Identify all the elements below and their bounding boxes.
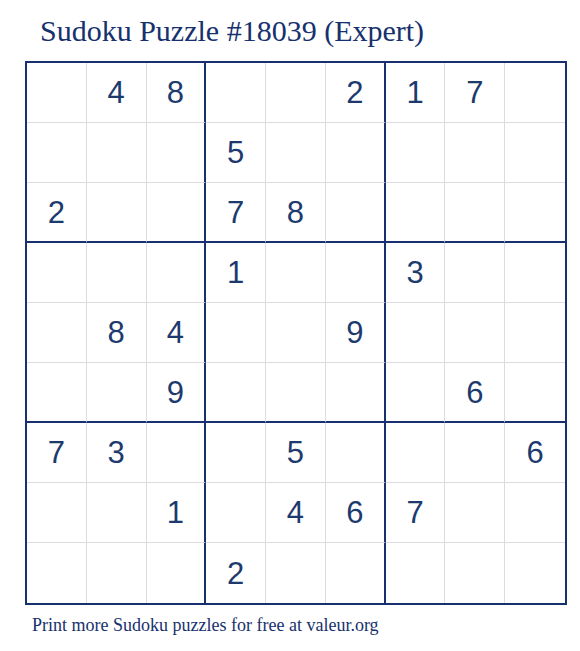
cell-r8c4[interactable]	[206, 483, 266, 543]
cell-r6c2[interactable]	[87, 363, 147, 423]
cell-r2c5[interactable]	[266, 123, 326, 183]
cell-r3c3[interactable]	[147, 183, 207, 243]
cell-r8c3: 1	[147, 483, 207, 543]
cell-r5c2: 8	[87, 303, 147, 363]
cell-r8c2[interactable]	[87, 483, 147, 543]
cell-r4c4: 1	[206, 243, 266, 303]
footer-text: Print more Sudoku puzzles for free at va…	[32, 615, 379, 636]
cell-r7c3[interactable]	[147, 423, 207, 483]
cell-r2c9[interactable]	[505, 123, 565, 183]
cell-r9c1[interactable]	[27, 543, 87, 603]
cell-r9c9[interactable]	[505, 543, 565, 603]
cell-r5c4[interactable]	[206, 303, 266, 363]
cell-r5c7[interactable]	[386, 303, 446, 363]
cell-r9c6[interactable]	[326, 543, 386, 603]
cell-r6c3: 9	[147, 363, 207, 423]
cell-r8c5: 4	[266, 483, 326, 543]
cell-r9c5[interactable]	[266, 543, 326, 603]
cell-r6c7[interactable]	[386, 363, 446, 423]
sudoku-page: Sudoku Puzzle #18039 (Expert) 4821752781…	[0, 0, 580, 651]
cell-r2c3[interactable]	[147, 123, 207, 183]
cell-r3c8[interactable]	[445, 183, 505, 243]
cell-r7c1: 7	[27, 423, 87, 483]
cell-r6c9[interactable]	[505, 363, 565, 423]
cell-r2c8[interactable]	[445, 123, 505, 183]
cell-r7c4[interactable]	[206, 423, 266, 483]
cell-r7c2: 3	[87, 423, 147, 483]
cell-r1c5[interactable]	[266, 63, 326, 123]
cell-r5c5[interactable]	[266, 303, 326, 363]
cell-r4c8[interactable]	[445, 243, 505, 303]
cell-r6c4[interactable]	[206, 363, 266, 423]
cell-r9c7[interactable]	[386, 543, 446, 603]
cell-r3c4: 7	[206, 183, 266, 243]
cell-r7c5: 5	[266, 423, 326, 483]
cell-r9c8[interactable]	[445, 543, 505, 603]
cell-r4c6[interactable]	[326, 243, 386, 303]
cell-r4c3[interactable]	[147, 243, 207, 303]
cell-r4c9[interactable]	[505, 243, 565, 303]
cell-r1c3: 8	[147, 63, 207, 123]
cell-r4c5[interactable]	[266, 243, 326, 303]
cell-r4c1[interactable]	[27, 243, 87, 303]
cell-r8c9[interactable]	[505, 483, 565, 543]
cell-r5c8[interactable]	[445, 303, 505, 363]
cell-r4c2[interactable]	[87, 243, 147, 303]
cell-r2c6[interactable]	[326, 123, 386, 183]
cell-r6c8: 6	[445, 363, 505, 423]
cell-r6c5[interactable]	[266, 363, 326, 423]
cell-r6c6[interactable]	[326, 363, 386, 423]
cell-r7c8[interactable]	[445, 423, 505, 483]
cell-r8c8[interactable]	[445, 483, 505, 543]
cell-r3c7[interactable]	[386, 183, 446, 243]
cell-r1c9[interactable]	[505, 63, 565, 123]
cell-r7c6[interactable]	[326, 423, 386, 483]
cell-r1c8: 7	[445, 63, 505, 123]
page-title: Sudoku Puzzle #18039 (Expert)	[40, 14, 424, 48]
cell-r1c6: 2	[326, 63, 386, 123]
sudoku-board: 4821752781384996735614672	[25, 61, 567, 605]
cell-r1c4[interactable]	[206, 63, 266, 123]
cell-r3c2[interactable]	[87, 183, 147, 243]
cell-r8c7: 7	[386, 483, 446, 543]
cell-r5c1[interactable]	[27, 303, 87, 363]
cell-r1c2: 4	[87, 63, 147, 123]
cell-r5c6: 9	[326, 303, 386, 363]
cell-r8c6: 6	[326, 483, 386, 543]
cell-r2c4: 5	[206, 123, 266, 183]
cell-r2c7[interactable]	[386, 123, 446, 183]
cell-r3c5: 8	[266, 183, 326, 243]
cell-r1c7: 1	[386, 63, 446, 123]
cell-r3c1: 2	[27, 183, 87, 243]
cell-r6c1[interactable]	[27, 363, 87, 423]
cell-r9c3[interactable]	[147, 543, 207, 603]
cell-r3c6[interactable]	[326, 183, 386, 243]
cell-r1c1[interactable]	[27, 63, 87, 123]
cell-r3c9[interactable]	[505, 183, 565, 243]
cell-r9c2[interactable]	[87, 543, 147, 603]
cell-r2c1[interactable]	[27, 123, 87, 183]
cell-r5c9[interactable]	[505, 303, 565, 363]
cell-r7c7[interactable]	[386, 423, 446, 483]
cell-r9c4: 2	[206, 543, 266, 603]
cell-r8c1[interactable]	[27, 483, 87, 543]
cell-r4c7: 3	[386, 243, 446, 303]
cell-r7c9: 6	[505, 423, 565, 483]
cell-r5c3: 4	[147, 303, 207, 363]
cell-r2c2[interactable]	[87, 123, 147, 183]
